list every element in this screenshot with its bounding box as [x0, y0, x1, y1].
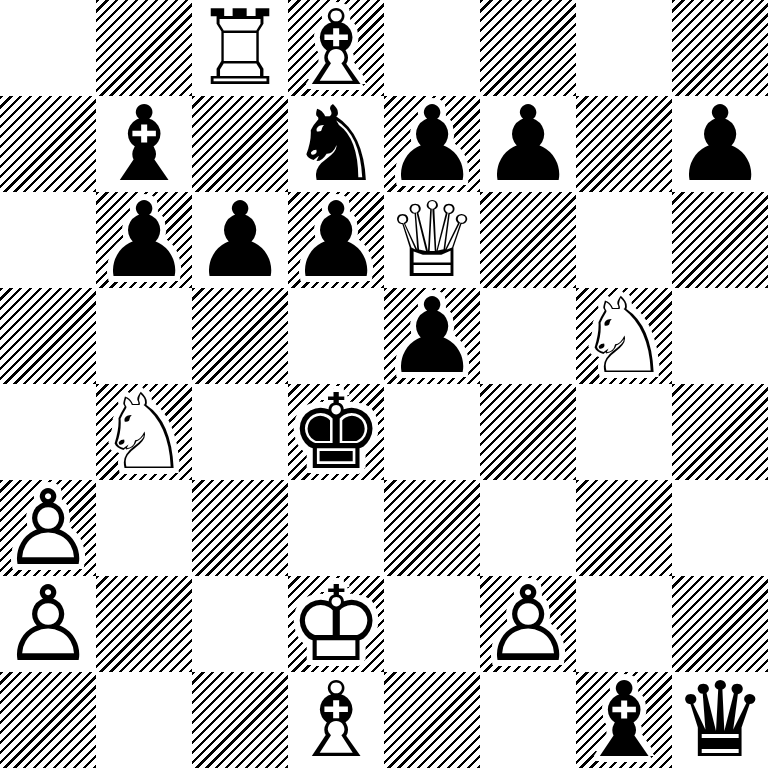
black-pawn-glyph: ♟ [96, 192, 192, 288]
white-king-outline-glyph: ♔ [288, 576, 384, 672]
white-bishop-outline-glyph: ♗ [288, 0, 384, 96]
square-g3[interactable] [576, 480, 672, 576]
square-f1[interactable] [480, 672, 576, 768]
square-f8[interactable] [480, 0, 576, 96]
square-a8[interactable] [0, 0, 96, 96]
square-h5[interactable] [672, 288, 768, 384]
square-b7[interactable]: ♝ [96, 96, 192, 192]
black-pawn: ♟ [192, 192, 288, 288]
square-e1[interactable] [384, 672, 480, 768]
white-pawn-outline-glyph: ♙ [0, 576, 96, 672]
square-g5[interactable]: ♞♘ [576, 288, 672, 384]
square-f5[interactable] [480, 288, 576, 384]
black-knight-glyph: ♞ [288, 96, 384, 192]
white-pawn: ♟♙ [0, 576, 96, 672]
black-pawn: ♟ [672, 96, 768, 192]
square-c8[interactable]: ♜♖ [192, 0, 288, 96]
white-king: ♚♔ [288, 576, 384, 672]
square-h2[interactable] [672, 576, 768, 672]
square-a6[interactable] [0, 192, 96, 288]
square-e4[interactable] [384, 384, 480, 480]
white-queen-outline-glyph: ♕ [384, 192, 480, 288]
white-pawn-outline-glyph: ♙ [0, 480, 96, 576]
square-b4[interactable]: ♞♘ [96, 384, 192, 480]
white-bishop: ♝♗ [288, 0, 384, 96]
square-a4[interactable] [0, 384, 96, 480]
black-king-glyph: ♚ [288, 384, 384, 480]
black-bishop-glyph: ♝ [576, 672, 672, 768]
white-knight: ♞♘ [576, 288, 672, 384]
white-bishop: ♝♗ [288, 672, 384, 768]
white-pawn-outline-glyph: ♙ [480, 576, 576, 672]
square-b8[interactable] [96, 0, 192, 96]
white-rook-outline-glyph: ♖ [192, 0, 288, 96]
square-c4[interactable] [192, 384, 288, 480]
square-d6[interactable]: ♟ [288, 192, 384, 288]
square-d3[interactable] [288, 480, 384, 576]
white-queen: ♛♕ [384, 192, 480, 288]
square-f7[interactable]: ♟ [480, 96, 576, 192]
square-f3[interactable] [480, 480, 576, 576]
square-e6[interactable]: ♛♕ [384, 192, 480, 288]
square-f4[interactable] [480, 384, 576, 480]
square-h4[interactable] [672, 384, 768, 480]
square-h1[interactable]: ♛ [672, 672, 768, 768]
square-e2[interactable] [384, 576, 480, 672]
square-e3[interactable] [384, 480, 480, 576]
black-pawn: ♟ [288, 192, 384, 288]
chess-board: ♜♖♝♗♝♞♟♟♟♟♟♟♛♕♟♞♘♞♘♚♟♙♟♙♚♔♟♙♝♗♝♛ [0, 0, 768, 768]
black-knight: ♞ [288, 96, 384, 192]
square-h3[interactable] [672, 480, 768, 576]
square-g1[interactable]: ♝ [576, 672, 672, 768]
square-h7[interactable]: ♟ [672, 96, 768, 192]
black-pawn-glyph: ♟ [672, 96, 768, 192]
square-b6[interactable]: ♟ [96, 192, 192, 288]
square-d7[interactable]: ♞ [288, 96, 384, 192]
white-bishop-outline-glyph: ♗ [288, 672, 384, 768]
black-pawn: ♟ [384, 96, 480, 192]
square-d5[interactable] [288, 288, 384, 384]
square-a1[interactable] [0, 672, 96, 768]
square-b2[interactable] [96, 576, 192, 672]
square-b5[interactable] [96, 288, 192, 384]
black-pawn: ♟ [384, 288, 480, 384]
black-bishop: ♝ [576, 672, 672, 768]
square-c5[interactable] [192, 288, 288, 384]
black-queen-glyph: ♛ [672, 672, 768, 768]
square-g6[interactable] [576, 192, 672, 288]
white-pawn: ♟♙ [0, 480, 96, 576]
black-pawn-glyph: ♟ [480, 96, 576, 192]
square-d4[interactable]: ♚ [288, 384, 384, 480]
white-knight-outline-glyph: ♘ [96, 384, 192, 480]
square-c2[interactable] [192, 576, 288, 672]
square-c6[interactable]: ♟ [192, 192, 288, 288]
white-pawn: ♟♙ [480, 576, 576, 672]
square-d2[interactable]: ♚♔ [288, 576, 384, 672]
square-e7[interactable]: ♟ [384, 96, 480, 192]
black-pawn-glyph: ♟ [384, 288, 480, 384]
black-bishop-glyph: ♝ [96, 96, 192, 192]
black-pawn: ♟ [480, 96, 576, 192]
square-f2[interactable]: ♟♙ [480, 576, 576, 672]
square-f6[interactable] [480, 192, 576, 288]
white-knight-outline-glyph: ♘ [576, 288, 672, 384]
black-queen: ♛ [672, 672, 768, 768]
square-c1[interactable] [192, 672, 288, 768]
square-a7[interactable] [0, 96, 96, 192]
square-c7[interactable] [192, 96, 288, 192]
black-king: ♚ [288, 384, 384, 480]
square-g8[interactable] [576, 0, 672, 96]
white-knight: ♞♘ [96, 384, 192, 480]
square-g2[interactable] [576, 576, 672, 672]
square-c3[interactable] [192, 480, 288, 576]
square-a5[interactable] [0, 288, 96, 384]
black-pawn: ♟ [96, 192, 192, 288]
square-a2[interactable]: ♟♙ [0, 576, 96, 672]
black-pawn-glyph: ♟ [288, 192, 384, 288]
square-h6[interactable] [672, 192, 768, 288]
square-e8[interactable] [384, 0, 480, 96]
square-d8[interactable]: ♝♗ [288, 0, 384, 96]
black-pawn-glyph: ♟ [192, 192, 288, 288]
black-bishop: ♝ [96, 96, 192, 192]
square-e5[interactable]: ♟ [384, 288, 480, 384]
square-b3[interactable] [96, 480, 192, 576]
white-rook: ♜♖ [192, 0, 288, 96]
square-g7[interactable] [576, 96, 672, 192]
square-d1[interactable]: ♝♗ [288, 672, 384, 768]
square-b1[interactable] [96, 672, 192, 768]
square-a3[interactable]: ♟♙ [0, 480, 96, 576]
black-pawn-glyph: ♟ [384, 96, 480, 192]
square-g4[interactable] [576, 384, 672, 480]
square-h8[interactable] [672, 0, 768, 96]
